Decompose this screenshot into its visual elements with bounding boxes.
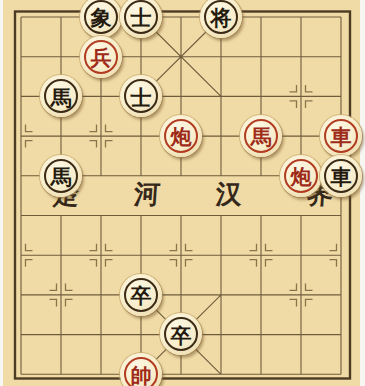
piece-glyph: 炮	[291, 166, 312, 187]
piece-black-soldier-2[interactable]: 卒	[160, 313, 202, 355]
piece-glyph: 卒	[171, 324, 192, 345]
piece-red-soldier-1[interactable]: 兵	[80, 36, 122, 78]
piece-glyph: 車	[331, 126, 352, 147]
piece-ring: 炮	[164, 119, 198, 153]
piece-ring: 車	[324, 119, 358, 153]
piece-ring: 象	[84, 0, 118, 34]
piece-ring: 士	[124, 79, 158, 113]
piece-black-general[interactable]: 将	[200, 0, 242, 38]
piece-red-chariot-1[interactable]: 車	[320, 115, 362, 157]
piece-red-cannon-1[interactable]: 炮	[160, 115, 202, 157]
piece-red-horse-1[interactable]: 馬	[240, 115, 282, 157]
piece-ring: 帥	[124, 357, 158, 386]
piece-glyph: 馬	[51, 86, 72, 107]
piece-black-advisor-2[interactable]: 士	[120, 75, 162, 117]
piece-glyph: 卒	[131, 285, 152, 306]
piece-black-chariot-1[interactable]: 車	[320, 155, 362, 197]
piece-glyph: 車	[331, 166, 352, 187]
piece-ring: 卒	[124, 278, 158, 312]
piece-glyph: 士	[131, 7, 152, 28]
piece-ring: 炮	[284, 159, 318, 193]
piece-black-advisor-1[interactable]: 士	[120, 0, 162, 38]
piece-ring: 兵	[84, 40, 118, 74]
piece-ring: 馬	[44, 79, 78, 113]
piece-glyph: 象	[91, 7, 112, 28]
piece-glyph: 馬	[251, 126, 272, 147]
piece-black-soldier-1[interactable]: 卒	[120, 274, 162, 316]
xiangqi-board-screenshot: 楚 河 汉 界 象士将兵馬士炮馬車馬炮車卒卒帥	[0, 0, 365, 386]
piece-ring: 卒	[164, 317, 198, 351]
piece-red-cannon-2[interactable]: 炮	[280, 155, 322, 197]
piece-ring: 馬	[244, 119, 278, 153]
piece-red-general[interactable]: 帥	[120, 353, 162, 386]
piece-ring: 将	[204, 0, 238, 34]
piece-glyph: 馬	[51, 166, 72, 187]
piece-black-horse-1[interactable]: 馬	[40, 75, 82, 117]
piece-black-elephant[interactable]: 象	[80, 0, 122, 38]
piece-ring: 車	[324, 159, 358, 193]
piece-black-horse-2[interactable]: 馬	[40, 155, 82, 197]
piece-glyph: 士	[131, 86, 152, 107]
piece-ring: 馬	[44, 159, 78, 193]
piece-glyph: 兵	[91, 47, 112, 68]
piece-ring: 士	[124, 0, 158, 34]
piece-glyph: 帥	[131, 364, 152, 385]
piece-glyph: 炮	[171, 126, 192, 147]
piece-glyph: 将	[211, 7, 232, 28]
pieces-layer[interactable]: 象士将兵馬士炮馬車馬炮車卒卒帥	[1, 0, 361, 386]
